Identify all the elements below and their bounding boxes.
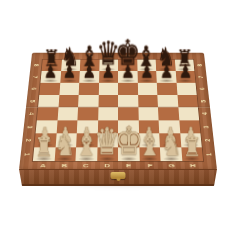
rank-label-4-left: 4 xyxy=(21,110,42,118)
rank-label-7-left: 7 xyxy=(25,73,45,80)
rank-label-5-right: 5 xyxy=(193,97,214,105)
rank-label-8-left: 8 xyxy=(27,62,47,69)
file-label-h-top: H xyxy=(174,53,193,60)
file-label-f-top: F xyxy=(137,53,156,60)
rank-label-6-right: 6 xyxy=(192,85,212,92)
rank-label-6-left: 6 xyxy=(24,85,44,92)
rank-label-5-left: 5 xyxy=(22,97,43,105)
box-front-face xyxy=(19,169,217,186)
file-label-b-top: B xyxy=(62,53,81,60)
file-labels-top: ABCDEFGH xyxy=(43,53,194,60)
rank-label-1-right: 1 xyxy=(198,150,220,159)
file-label-g-top: G xyxy=(155,53,174,60)
file-label-c-top: C xyxy=(80,53,99,60)
brass-clasp-icon xyxy=(111,172,126,179)
rank-label-2-left: 2 xyxy=(18,136,40,144)
scene: ABCDEFGH ABCDEFGH 87654321 87654321 ♜♞♝♛… xyxy=(0,0,235,235)
file-label-e-top: E xyxy=(118,53,137,60)
product-photo-stage: ABCDEFGH ABCDEFGH 87654321 87654321 ♜♞♝♛… xyxy=(0,0,235,235)
rank-label-3-right: 3 xyxy=(195,123,216,131)
rank-label-3-left: 3 xyxy=(19,123,40,131)
rank-label-7-right: 7 xyxy=(191,73,211,80)
rank-label-4-right: 4 xyxy=(194,110,215,118)
rank-label-8-right: 8 xyxy=(190,62,210,69)
chess-board: ABCDEFGH ABCDEFGH 87654321 87654321 ♜♞♝♛… xyxy=(19,53,217,170)
file-label-a-top: A xyxy=(43,53,62,60)
rank-label-2-right: 2 xyxy=(197,136,219,144)
piece-layer: ♜♞♝♛♚♝♞♜♟♟♟♟♟♟♟♟♟♟♟♟♟♟♟♟♜♞♝♛♚♝♞♜ xyxy=(19,53,217,170)
rank-label-1-left: 1 xyxy=(16,150,38,159)
file-label-d-top: D xyxy=(99,53,118,60)
